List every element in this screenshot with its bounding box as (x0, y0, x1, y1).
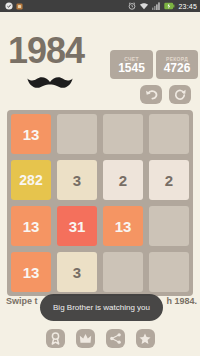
medal-icon (50, 332, 61, 345)
share-icon (110, 333, 121, 344)
empty-cell (103, 114, 143, 154)
empty-cell (149, 252, 189, 292)
check-circle-icon (5, 2, 13, 10)
rate-button[interactable] (136, 329, 155, 348)
tile-13: 13 (11, 252, 51, 292)
tile-3: 3 (57, 252, 97, 292)
toast-message: Big Brother is watching you (40, 294, 163, 321)
star-icon (139, 333, 151, 345)
game-title: 1984 (8, 33, 84, 69)
app-notification-icon (16, 3, 23, 10)
tile-2: 2 (149, 160, 189, 200)
score-box-current: СЧЕТ 1545 (110, 50, 153, 79)
crown-icon (79, 333, 92, 344)
battery-charging-icon (164, 2, 175, 10)
phone-screen: 23:45 1984 СЧЕТ 1545 РЕКОРД 4726 1328232… (0, 0, 200, 356)
tile-13: 13 (11, 206, 51, 246)
empty-cell (103, 252, 143, 292)
restart-button[interactable] (169, 85, 191, 104)
instruction-right-fragment: h 1984. (166, 296, 197, 306)
wifi-icon (139, 2, 149, 10)
tile-282: 282 (11, 160, 51, 200)
tile-13: 13 (103, 206, 143, 246)
alarm-icon (128, 2, 136, 10)
restart-icon (174, 89, 186, 101)
achievements-button[interactable] (46, 329, 65, 348)
tile-13: 13 (11, 114, 51, 154)
status-bar: 23:45 (0, 0, 200, 12)
best-value: 4726 (164, 62, 191, 75)
status-time: 23:45 (178, 3, 197, 10)
tile-31: 31 (57, 206, 97, 246)
bottom-bar (0, 329, 200, 348)
share-button[interactable] (106, 329, 125, 348)
game-board[interactable]: 13282322133113133 (7, 110, 193, 296)
signal-icon (152, 2, 161, 10)
instruction-left-fragment: Swipe t (6, 296, 38, 306)
empty-cell (149, 206, 189, 246)
tile-3: 3 (57, 160, 97, 200)
mustache-icon (27, 76, 73, 94)
tile-2: 2 (103, 160, 143, 200)
empty-cell (149, 114, 189, 154)
score-box-best: РЕКОРД 4726 (156, 50, 198, 79)
leaderboard-button[interactable] (76, 329, 95, 348)
undo-button[interactable] (140, 85, 162, 104)
undo-icon (145, 89, 158, 100)
empty-cell (57, 114, 97, 154)
score-value: 1545 (118, 62, 145, 75)
toast-text: Big Brother is watching you (53, 303, 150, 312)
